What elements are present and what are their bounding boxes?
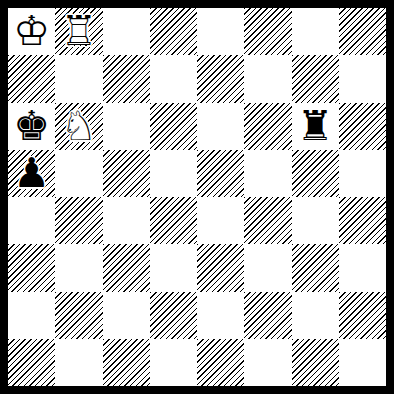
square-d6[interactable] — [150, 103, 197, 150]
square-b6[interactable]: ♞♘ — [55, 103, 102, 150]
white-knight-icon: ♘ — [55, 103, 102, 150]
black-king-icon: ♚ — [8, 103, 55, 150]
square-b4[interactable] — [55, 197, 102, 244]
black-pawn-icon: ♟ — [8, 150, 55, 197]
square-d5[interactable] — [150, 150, 197, 197]
square-h7[interactable] — [339, 55, 386, 102]
square-c7[interactable] — [103, 55, 150, 102]
white-rook-icon: ♖ — [55, 8, 102, 55]
square-c5[interactable] — [103, 150, 150, 197]
piece-white-king[interactable]: ♚♔ — [8, 8, 55, 55]
square-a8[interactable]: ♚♔ — [8, 8, 55, 55]
square-c8[interactable] — [103, 8, 150, 55]
square-a7[interactable] — [8, 55, 55, 102]
chess-diagram: ♚♔♜♖♚♞♘♜♟ — [0, 0, 394, 394]
square-e8[interactable] — [197, 8, 244, 55]
square-a1[interactable] — [8, 339, 55, 386]
square-e7[interactable] — [197, 55, 244, 102]
square-h6[interactable] — [339, 103, 386, 150]
square-a3[interactable] — [8, 244, 55, 291]
square-e3[interactable] — [197, 244, 244, 291]
square-b5[interactable] — [55, 150, 102, 197]
square-d8[interactable] — [150, 8, 197, 55]
square-a6[interactable]: ♚ — [8, 103, 55, 150]
square-f3[interactable] — [244, 244, 291, 291]
square-b2[interactable] — [55, 292, 102, 339]
square-a5[interactable]: ♟ — [8, 150, 55, 197]
square-c6[interactable] — [103, 103, 150, 150]
square-f6[interactable] — [244, 103, 291, 150]
square-b7[interactable] — [55, 55, 102, 102]
chess-board: ♚♔♜♖♚♞♘♜♟ — [8, 8, 386, 386]
square-g6[interactable]: ♜ — [292, 103, 339, 150]
square-g8[interactable] — [292, 8, 339, 55]
square-a4[interactable] — [8, 197, 55, 244]
piece-black-king[interactable]: ♚ — [8, 103, 55, 150]
square-d7[interactable] — [150, 55, 197, 102]
piece-black-rook[interactable]: ♜ — [292, 103, 339, 150]
square-f5[interactable] — [244, 150, 291, 197]
square-h3[interactable] — [339, 244, 386, 291]
square-g4[interactable] — [292, 197, 339, 244]
piece-white-knight[interactable]: ♞♘ — [55, 103, 102, 150]
piece-black-pawn[interactable]: ♟ — [8, 150, 55, 197]
square-f8[interactable] — [244, 8, 291, 55]
square-c4[interactable] — [103, 197, 150, 244]
square-f1[interactable] — [244, 339, 291, 386]
square-f4[interactable] — [244, 197, 291, 244]
white-king-icon: ♔ — [8, 8, 55, 55]
square-c2[interactable] — [103, 292, 150, 339]
square-e1[interactable] — [197, 339, 244, 386]
square-c1[interactable] — [103, 339, 150, 386]
square-h1[interactable] — [339, 339, 386, 386]
black-rook-icon: ♜ — [292, 103, 339, 150]
square-g7[interactable] — [292, 55, 339, 102]
square-b1[interactable] — [55, 339, 102, 386]
square-b3[interactable] — [55, 244, 102, 291]
square-h5[interactable] — [339, 150, 386, 197]
square-e6[interactable] — [197, 103, 244, 150]
square-d2[interactable] — [150, 292, 197, 339]
square-g5[interactable] — [292, 150, 339, 197]
square-f7[interactable] — [244, 55, 291, 102]
square-d3[interactable] — [150, 244, 197, 291]
square-h2[interactable] — [339, 292, 386, 339]
piece-white-rook[interactable]: ♜♖ — [55, 8, 102, 55]
square-d1[interactable] — [150, 339, 197, 386]
square-g1[interactable] — [292, 339, 339, 386]
square-g2[interactable] — [292, 292, 339, 339]
square-a2[interactable] — [8, 292, 55, 339]
square-h8[interactable] — [339, 8, 386, 55]
square-c3[interactable] — [103, 244, 150, 291]
square-b8[interactable]: ♜♖ — [55, 8, 102, 55]
square-e5[interactable] — [197, 150, 244, 197]
square-f2[interactable] — [244, 292, 291, 339]
square-d4[interactable] — [150, 197, 197, 244]
square-e2[interactable] — [197, 292, 244, 339]
square-g3[interactable] — [292, 244, 339, 291]
square-e4[interactable] — [197, 197, 244, 244]
square-h4[interactable] — [339, 197, 386, 244]
